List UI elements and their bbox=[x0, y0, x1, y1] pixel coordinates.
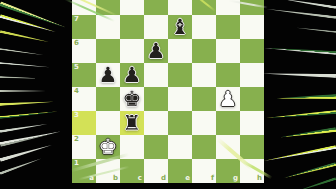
square-h7[interactable] bbox=[240, 15, 264, 39]
square-a6[interactable]: 6 bbox=[72, 39, 96, 63]
square-b6[interactable] bbox=[96, 39, 120, 63]
speed-line bbox=[0, 1, 67, 30]
rank-label-5: 5 bbox=[74, 64, 79, 71]
square-g1[interactable]: g bbox=[216, 159, 240, 183]
square-b5[interactable]: ♟ bbox=[96, 63, 120, 87]
white-king[interactable]: ♚ bbox=[99, 135, 118, 159]
square-c2[interactable] bbox=[120, 135, 144, 159]
square-h6[interactable] bbox=[240, 39, 264, 63]
square-c7[interactable] bbox=[120, 15, 144, 39]
square-b2[interactable]: ♚ bbox=[96, 135, 120, 159]
rank-label-3: 3 bbox=[74, 112, 79, 119]
speed-line bbox=[280, 0, 336, 9]
square-e4[interactable] bbox=[168, 87, 192, 111]
rank-label-1: 1 bbox=[74, 160, 79, 167]
square-d6[interactable]: ♟ bbox=[144, 39, 168, 63]
black-pawn[interactable]: ♟ bbox=[123, 63, 142, 87]
speed-line bbox=[0, 14, 56, 34]
speed-line bbox=[0, 157, 42, 175]
square-f7[interactable] bbox=[192, 15, 216, 39]
file-label-f: f bbox=[211, 175, 214, 182]
speed-line bbox=[0, 76, 40, 79]
square-a1[interactable]: 1a bbox=[72, 159, 96, 183]
speed-line bbox=[266, 110, 336, 120]
file-label-e: e bbox=[185, 175, 190, 182]
rank-label-2: 2 bbox=[74, 136, 79, 143]
thumbnail-stage: 87♝6♟5♟♟4♚♟3♜2♚1abcdefgh bbox=[0, 0, 336, 189]
speed-line bbox=[264, 46, 336, 55]
square-g2[interactable] bbox=[216, 135, 240, 159]
square-h3[interactable] bbox=[240, 111, 264, 135]
rank-label-7: 7 bbox=[74, 16, 79, 23]
square-b4[interactable] bbox=[96, 87, 120, 111]
square-d2[interactable] bbox=[144, 135, 168, 159]
speed-line bbox=[0, 110, 58, 119]
speed-line bbox=[0, 100, 54, 106]
square-c3[interactable]: ♜ bbox=[120, 111, 144, 135]
file-label-d: d bbox=[161, 175, 166, 182]
square-f6[interactable] bbox=[192, 39, 216, 63]
speed-line bbox=[266, 7, 336, 19]
black-pawn[interactable]: ♟ bbox=[99, 63, 118, 87]
square-d3[interactable] bbox=[144, 111, 168, 135]
square-a8[interactable]: 8 bbox=[72, 0, 96, 15]
square-a7[interactable]: 7 bbox=[72, 15, 96, 39]
square-d5[interactable] bbox=[144, 63, 168, 87]
square-a3[interactable]: 3 bbox=[72, 111, 96, 135]
square-h5[interactable] bbox=[240, 63, 264, 87]
speed-line bbox=[0, 143, 52, 162]
square-b1[interactable]: b bbox=[96, 159, 120, 183]
square-a2[interactable]: 2 bbox=[72, 135, 96, 159]
square-e3[interactable] bbox=[168, 111, 192, 135]
rank-label-4: 4 bbox=[74, 88, 79, 95]
square-c5[interactable]: ♟ bbox=[120, 63, 144, 87]
square-e2[interactable] bbox=[168, 135, 192, 159]
speed-line bbox=[0, 129, 61, 147]
square-e6[interactable] bbox=[168, 39, 192, 63]
file-label-b: b bbox=[113, 175, 118, 182]
square-g4[interactable]: ♟ bbox=[216, 87, 240, 111]
file-label-h: h bbox=[257, 175, 262, 182]
black-pawn[interactable]: ♟ bbox=[147, 39, 166, 63]
square-h8[interactable] bbox=[240, 0, 264, 15]
speed-line bbox=[263, 145, 336, 163]
square-c6[interactable] bbox=[120, 39, 144, 63]
square-d7[interactable] bbox=[144, 15, 168, 39]
square-h1[interactable]: h bbox=[240, 159, 264, 183]
square-g6[interactable] bbox=[216, 39, 240, 63]
square-g8[interactable] bbox=[216, 0, 240, 15]
square-f4[interactable] bbox=[192, 87, 216, 111]
file-label-a: a bbox=[89, 175, 94, 182]
speed-line bbox=[296, 177, 336, 189]
rank-label-6: 6 bbox=[74, 40, 79, 47]
square-d8[interactable] bbox=[144, 0, 168, 15]
speed-line bbox=[0, 90, 46, 92]
square-c1[interactable]: c bbox=[120, 159, 144, 183]
black-bishop[interactable]: ♝ bbox=[171, 15, 190, 39]
square-h2[interactable] bbox=[240, 135, 264, 159]
square-d4[interactable] bbox=[144, 87, 168, 111]
square-b8[interactable] bbox=[96, 0, 120, 15]
speed-line bbox=[0, 48, 44, 56]
square-f3[interactable] bbox=[192, 111, 216, 135]
speed-line bbox=[0, 62, 50, 68]
speed-line bbox=[0, 123, 48, 133]
square-e8[interactable] bbox=[168, 0, 192, 15]
square-d1[interactable]: d bbox=[144, 159, 168, 183]
square-e7[interactable]: ♝ bbox=[168, 15, 192, 39]
square-f5[interactable] bbox=[192, 63, 216, 87]
speed-line bbox=[276, 94, 336, 101]
file-label-g: g bbox=[233, 175, 238, 182]
white-pawn[interactable]: ♟ bbox=[219, 87, 238, 111]
square-b3[interactable] bbox=[96, 111, 120, 135]
square-h4[interactable] bbox=[240, 87, 264, 111]
square-a4[interactable]: 4 bbox=[72, 87, 96, 111]
square-c8[interactable] bbox=[120, 0, 144, 15]
speed-line bbox=[280, 127, 336, 140]
square-a5[interactable]: 5 bbox=[72, 63, 96, 87]
square-f1[interactable]: f bbox=[192, 159, 216, 183]
chess-board: 87♝6♟5♟♟4♚♟3♜2♚1abcdefgh bbox=[72, 0, 264, 183]
square-b7[interactable] bbox=[96, 15, 120, 39]
speed-line bbox=[283, 162, 336, 180]
speed-line bbox=[296, 27, 336, 33]
black-rook[interactable]: ♜ bbox=[123, 111, 142, 135]
square-g3[interactable] bbox=[216, 111, 240, 135]
file-label-c: c bbox=[138, 175, 142, 182]
black-king[interactable]: ♚ bbox=[123, 87, 142, 111]
square-g5[interactable] bbox=[216, 63, 240, 87]
speed-line bbox=[262, 71, 336, 78]
square-e5[interactable] bbox=[168, 63, 192, 87]
square-c4[interactable]: ♚ bbox=[120, 87, 144, 111]
square-e1[interactable]: e bbox=[168, 159, 192, 183]
square-g7[interactable] bbox=[216, 15, 240, 39]
speed-line bbox=[0, 30, 49, 43]
square-f8[interactable] bbox=[192, 0, 216, 15]
square-f2[interactable] bbox=[192, 135, 216, 159]
